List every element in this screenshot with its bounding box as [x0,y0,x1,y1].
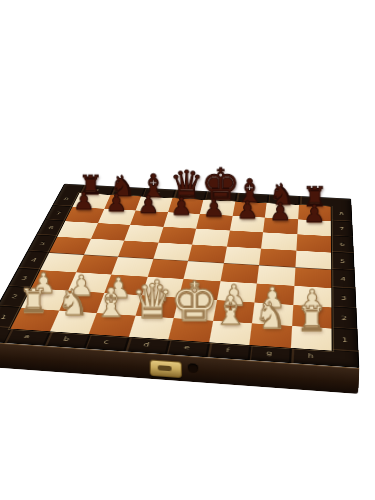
square-d6 [158,227,196,245]
white-queen-d1: ♛ [131,278,171,330]
white-bishop-f1: ♝ [210,291,250,335]
chess-board: aabbccddeeffgghh1122334455667788 ♜♞♝♛♚♝♞… [0,184,359,368]
scene: aabbccddeeffgghh1122334455667788 ♜♞♝♛♚♝♞… [0,0,375,500]
brass-latch-icon [150,359,182,378]
white-knight-b1: ♞ [53,284,93,324]
white-bishop-c1: ♝ [92,283,132,327]
white-king-e1: ♚ [170,274,210,333]
white-rook-a1: ♜ [14,284,53,322]
white-knight-g1: ♞ [250,297,290,338]
product-photo: aabbccddeeffgghh1122334455667788 ♜♞♝♛♚♝♞… [0,0,375,500]
latch-hole [188,363,198,373]
white-rook-h1: ♜ [291,302,332,341]
